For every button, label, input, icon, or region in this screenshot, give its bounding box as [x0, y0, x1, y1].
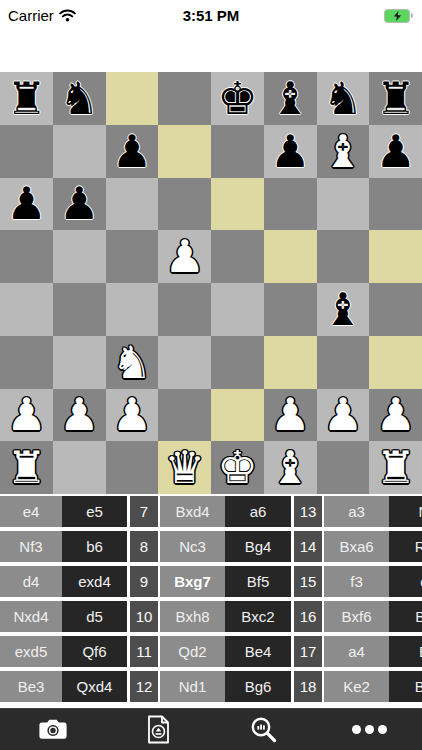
black-rook: ♜ — [375, 76, 415, 121]
move-cell[interactable]: Be3 — [0, 671, 62, 702]
white-pawn: ♟ — [323, 392, 363, 437]
move-cell[interactable]: e5 — [62, 496, 127, 527]
move-cell[interactable]: f3 — [324, 566, 389, 597]
move-cell[interactable]: Qxd4 — [62, 671, 127, 702]
black-bishop: ♝ — [270, 76, 310, 121]
black-pawn: ♟ — [112, 129, 152, 174]
square-d5[interactable]: ♟ — [158, 230, 211, 283]
search-position-button[interactable] — [211, 709, 317, 750]
square-e4[interactable] — [211, 283, 264, 336]
black-bishop: ♝ — [323, 287, 363, 332]
more-options-button[interactable] — [317, 709, 422, 750]
move-cell[interactable]: N — [389, 496, 422, 527]
move-cell[interactable]: Bg6 — [225, 671, 291, 702]
move-cell[interactable]: e4 — [0, 496, 62, 527]
square-b7[interactable] — [53, 125, 106, 178]
move-cell[interactable]: Ke2 — [324, 671, 389, 702]
move-number: 16 — [294, 601, 322, 632]
export-game-button[interactable] — [106, 709, 212, 750]
move-number: 8 — [130, 531, 158, 562]
battery-icon — [384, 9, 410, 23]
move-cell[interactable]: Bxa6 — [324, 531, 389, 562]
charging-bolt-icon — [393, 11, 402, 21]
white-bishop: ♝ — [270, 445, 310, 490]
move-cell[interactable]: Bxc2 — [225, 601, 291, 632]
move-cell[interactable]: Bg4 — [225, 531, 291, 562]
square-e1[interactable]: ♚ — [211, 441, 264, 494]
square-h8[interactable]: ♜ — [369, 72, 422, 125]
move-cell[interactable]: Nxd4 — [0, 601, 62, 632]
white-bishop: ♝ — [323, 129, 363, 174]
square-b2[interactable]: ♟ — [53, 389, 106, 442]
white-rook: ♜ — [375, 445, 415, 490]
move-cell[interactable]: Be — [389, 671, 422, 702]
square-g1[interactable] — [317, 441, 370, 494]
move-number: 10 — [130, 601, 158, 632]
square-e6[interactable] — [211, 178, 264, 231]
white-queen: ♛ — [164, 445, 204, 490]
move-row: d4exd49Bxg7Bf515f3c — [0, 566, 422, 597]
white-king: ♚ — [217, 445, 257, 490]
square-h1[interactable]: ♜ — [369, 441, 422, 494]
app-screen: Carrier 3:51 PM ♜♞♚♝♞♜♟♟♝♟♟♟♟♝♞♟♟♟♟♟♟♜♛♚… — [0, 0, 422, 750]
square-c8[interactable] — [106, 72, 159, 125]
square-g8[interactable]: ♞ — [317, 72, 370, 125]
move-cell[interactable]: a3 — [324, 496, 389, 527]
square-h4[interactable] — [369, 283, 422, 336]
square-d8[interactable] — [158, 72, 211, 125]
square-h6[interactable] — [369, 178, 422, 231]
square-f6[interactable] — [264, 178, 317, 231]
square-d1[interactable]: ♛ — [158, 441, 211, 494]
square-c1[interactable] — [106, 441, 159, 494]
move-cell[interactable]: Nd1 — [160, 671, 225, 702]
square-g4[interactable]: ♝ — [317, 283, 370, 336]
move-cell[interactable]: B — [389, 636, 422, 667]
black-pawn: ♟ — [6, 181, 46, 226]
square-g5[interactable] — [317, 230, 370, 283]
square-g3[interactable] — [317, 336, 370, 389]
square-b3[interactable] — [53, 336, 106, 389]
square-a3[interactable] — [0, 336, 53, 389]
ellipsis-icon — [352, 725, 387, 734]
white-pawn: ♟ — [270, 392, 310, 437]
square-g2[interactable]: ♟ — [317, 389, 370, 442]
white-pawn: ♟ — [375, 392, 415, 437]
square-b8[interactable]: ♞ — [53, 72, 106, 125]
black-pawn: ♟ — [59, 181, 99, 226]
square-h7[interactable]: ♟ — [369, 125, 422, 178]
square-c7[interactable]: ♟ — [106, 125, 159, 178]
chess-board: ♜♞♚♝♞♜♟♟♝♟♟♟♟♝♞♟♟♟♟♟♟♜♛♚♝♜ — [0, 72, 422, 494]
export-document-icon — [147, 715, 170, 744]
bottom-toolbar — [0, 708, 422, 750]
square-b5[interactable] — [53, 230, 106, 283]
move-number: 7 — [130, 496, 158, 527]
square-h3[interactable] — [369, 336, 422, 389]
square-d7[interactable] — [158, 125, 211, 178]
square-a5[interactable] — [0, 230, 53, 283]
square-d4[interactable] — [158, 283, 211, 336]
move-cell[interactable]: Qf6 — [62, 636, 127, 667]
square-g7[interactable]: ♝ — [317, 125, 370, 178]
move-number: 17 — [294, 636, 322, 667]
square-g6[interactable] — [317, 178, 370, 231]
move-cell[interactable]: Bc — [389, 601, 422, 632]
move-cell[interactable]: Bxf6 — [324, 601, 389, 632]
square-c4[interactable] — [106, 283, 159, 336]
move-list: e4e57Bxd4a613a3NNf3b68Nc3Bg414Bxa6Rxd4ex… — [0, 496, 422, 702]
square-c2[interactable]: ♟ — [106, 389, 159, 442]
square-e2[interactable] — [211, 389, 264, 442]
square-a1[interactable]: ♜ — [0, 441, 53, 494]
square-d2[interactable] — [158, 389, 211, 442]
move-row: Nxd4d510Bxh8Bxc216Bxf6Bc — [0, 601, 422, 632]
move-cell[interactable]: Nf3 — [0, 531, 62, 562]
move-cell[interactable]: Rx — [389, 531, 422, 562]
top-gap — [0, 44, 422, 72]
square-a8[interactable]: ♜ — [0, 72, 53, 125]
move-cell[interactable]: d4 — [0, 566, 62, 597]
move-cell[interactable]: a4 — [324, 636, 389, 667]
clock: 3:51 PM — [0, 7, 422, 24]
square-a2[interactable]: ♟ — [0, 389, 53, 442]
square-c6[interactable] — [106, 178, 159, 231]
square-b1[interactable] — [53, 441, 106, 494]
move-row: exd5Qf611Qd2Be417a4B — [0, 636, 422, 667]
white-rook: ♜ — [6, 445, 46, 490]
square-b6[interactable]: ♟ — [53, 178, 106, 231]
move-cell[interactable]: Bxh8 — [160, 601, 225, 632]
status-bar: Carrier 3:51 PM — [0, 0, 422, 44]
square-f1[interactable]: ♝ — [264, 441, 317, 494]
black-pawn: ♟ — [375, 129, 415, 174]
square-f7[interactable]: ♟ — [264, 125, 317, 178]
move-cell[interactable]: Qd2 — [160, 636, 225, 667]
black-pawn: ♟ — [270, 129, 310, 174]
white-pawn: ♟ — [6, 392, 46, 437]
camera-icon — [38, 718, 68, 741]
square-e5[interactable] — [211, 230, 264, 283]
move-number: 15 — [294, 566, 322, 597]
move-cell[interactable]: a6 — [225, 496, 291, 527]
square-d3[interactable] — [158, 336, 211, 389]
camera-button[interactable] — [0, 709, 106, 750]
white-pawn: ♟ — [112, 392, 152, 437]
black-rook: ♜ — [6, 76, 46, 121]
move-cell[interactable]: Bxg7 — [160, 566, 225, 597]
square-f8[interactable]: ♝ — [264, 72, 317, 125]
move-number: 12 — [130, 671, 158, 702]
square-f4[interactable] — [264, 283, 317, 336]
square-d6[interactable] — [158, 178, 211, 231]
move-cell[interactable]: Bf5 — [225, 566, 291, 597]
square-b4[interactable] — [53, 283, 106, 336]
move-number: 14 — [294, 531, 322, 562]
move-cell[interactable]: Nc3 — [160, 531, 225, 562]
white-knight: ♞ — [112, 340, 152, 385]
white-pawn: ♟ — [59, 392, 99, 437]
square-h2[interactable]: ♟ — [369, 389, 422, 442]
move-cell[interactable]: d5 — [62, 601, 127, 632]
square-f3[interactable] — [264, 336, 317, 389]
square-f5[interactable] — [264, 230, 317, 283]
square-a6[interactable]: ♟ — [0, 178, 53, 231]
square-c3[interactable]: ♞ — [106, 336, 159, 389]
square-a4[interactable] — [0, 283, 53, 336]
move-cell[interactable]: c — [389, 566, 422, 597]
move-cell[interactable]: b6 — [62, 531, 127, 562]
square-e7[interactable] — [211, 125, 264, 178]
move-row: e4e57Bxd4a613a3N — [0, 496, 422, 527]
black-knight: ♞ — [59, 76, 99, 121]
square-f2[interactable]: ♟ — [264, 389, 317, 442]
square-e8[interactable]: ♚ — [211, 72, 264, 125]
move-row: Nf3b68Nc3Bg414Bxa6Rx — [0, 531, 422, 562]
white-pawn: ♟ — [164, 234, 204, 279]
move-cell[interactable]: Be4 — [225, 636, 291, 667]
move-row: Be3Qxd412Nd1Bg618Ke2Be — [0, 671, 422, 702]
square-a7[interactable] — [0, 125, 53, 178]
black-knight: ♞ — [323, 76, 363, 121]
move-number: 9 — [130, 566, 158, 597]
move-cell[interactable]: exd5 — [0, 636, 62, 667]
square-h5[interactable] — [369, 230, 422, 283]
move-cell[interactable]: Bxd4 — [160, 496, 225, 527]
square-c5[interactable] — [106, 230, 159, 283]
move-number: 18 — [294, 671, 322, 702]
move-cell[interactable]: exd4 — [62, 566, 127, 597]
move-number: 11 — [130, 636, 158, 667]
search-analysis-icon — [250, 716, 277, 743]
black-king: ♚ — [217, 76, 257, 121]
move-number: 13 — [294, 496, 322, 527]
square-e3[interactable] — [211, 336, 264, 389]
